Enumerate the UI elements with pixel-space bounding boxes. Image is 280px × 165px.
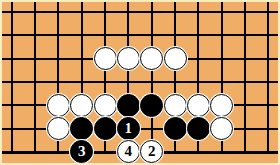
stone-white (140, 47, 163, 70)
grid-vline (244, 2, 246, 154)
stone-black (94, 117, 117, 140)
grid-hline (2, 34, 278, 36)
stone-white (47, 94, 70, 117)
stone-white (117, 47, 140, 70)
grid-vline (267, 2, 269, 154)
stone-white (70, 94, 93, 117)
grid-vline (151, 2, 153, 154)
grid-hline (2, 128, 278, 130)
stone-white (210, 94, 233, 117)
stone-white (47, 117, 70, 140)
stone-white-move-4: 4 (117, 140, 140, 163)
stone-white (187, 94, 210, 117)
move-number: 2 (148, 144, 156, 159)
stone-black (70, 117, 93, 140)
stone-white (94, 47, 117, 70)
stone-white-move-2: 2 (140, 140, 163, 163)
stone-black-move-3: 3 (70, 140, 93, 163)
stone-black-move-1: 1 (117, 117, 140, 140)
stone-white (164, 94, 187, 117)
board-field: 1342 (2, 2, 278, 163)
grid-hline (2, 81, 278, 83)
move-number: 3 (78, 144, 86, 159)
grid-vline (11, 2, 13, 154)
stone-black (140, 94, 163, 117)
move-number: 1 (125, 121, 133, 136)
stone-white (164, 47, 187, 70)
stone-black (164, 117, 187, 140)
stone-black (187, 117, 210, 140)
grid-vline (34, 2, 36, 154)
move-number: 4 (125, 144, 133, 159)
grid-hline (2, 11, 278, 13)
stone-white (94, 94, 117, 117)
stone-white (210, 117, 233, 140)
stone-black (117, 94, 140, 117)
go-diagram: 1342 (0, 0, 280, 165)
